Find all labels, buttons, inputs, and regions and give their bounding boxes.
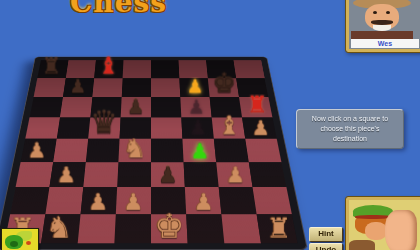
- opponent-portrait: Wes: [346, 0, 420, 52]
- square-f1[interactable]: [186, 214, 224, 243]
- square-e7[interactable]: [151, 78, 180, 97]
- square-g2[interactable]: [219, 187, 257, 214]
- square-d2[interactable]: ♟: [116, 187, 151, 214]
- square-a2[interactable]: [10, 187, 49, 214]
- white-n-b1[interactable]: ♞: [41, 213, 78, 243]
- square-c2[interactable]: ♟: [81, 187, 118, 214]
- tooltip-line-3: destination: [299, 134, 401, 144]
- game-title: Chess: [70, 0, 167, 19]
- square-d1[interactable]: [114, 214, 151, 243]
- square-f3[interactable]: [184, 162, 219, 187]
- white-k-e1[interactable]: ♚: [151, 209, 188, 243]
- ghost-black-p-f5[interactable]: ♟: [182, 118, 213, 138]
- square-f5[interactable]: ♟: [181, 117, 214, 139]
- chess-board: ♜♝♟♟♚♟♟♜♛♟♝♟♟♞♟♟♟♟♟♟♟♜♞♚♜: [0, 57, 308, 250]
- tooltip-line-2: choose this piece's: [299, 124, 401, 134]
- square-e5[interactable]: [151, 117, 182, 139]
- square-d8[interactable]: [123, 60, 151, 78]
- opponent-eye-right: [386, 11, 390, 14]
- player-portrait: [346, 197, 420, 250]
- square-h4[interactable]: [245, 139, 281, 162]
- square-g3[interactable]: ♟: [216, 162, 252, 187]
- square-a8[interactable]: ♜: [37, 60, 68, 78]
- white-r-h1[interactable]: ♜: [261, 215, 298, 243]
- square-a6[interactable]: [30, 97, 63, 117]
- square-d6[interactable]: ♟: [121, 97, 151, 117]
- square-a7[interactable]: [34, 78, 66, 97]
- white-p-h5[interactable]: ♟: [245, 118, 276, 138]
- white-p-g3[interactable]: ♟: [219, 164, 253, 186]
- black-p-e3[interactable]: ♟: [151, 164, 185, 186]
- square-h3[interactable]: [249, 162, 287, 187]
- white-p-d2[interactable]: ♟: [116, 190, 151, 213]
- square-b5[interactable]: [57, 117, 91, 139]
- mascot-shadow: [10, 241, 18, 247]
- square-g4[interactable]: [214, 139, 249, 162]
- black-r-h6[interactable]: ♜: [242, 94, 272, 117]
- black-p-d6[interactable]: ♟: [121, 97, 151, 117]
- square-h5[interactable]: ♟: [242, 117, 277, 139]
- square-g7[interactable]: ♚: [208, 78, 239, 97]
- black-q-c5[interactable]: ♛: [88, 108, 119, 139]
- square-d3[interactable]: [117, 162, 151, 187]
- square-f4[interactable]: ♟: [182, 139, 216, 162]
- white-p-a4[interactable]: ♟: [21, 140, 54, 161]
- white-p-c2[interactable]: ♟: [81, 190, 116, 213]
- square-d7[interactable]: [122, 78, 151, 97]
- square-d4[interactable]: ♞: [118, 139, 151, 162]
- square-e1[interactable]: ♚: [151, 214, 188, 243]
- white-b-g5[interactable]: ♝: [214, 113, 245, 138]
- white-p-f2[interactable]: ♟: [186, 190, 221, 213]
- undo-button[interactable]: Undo: [309, 243, 343, 250]
- tooltip-line-1: Now click on a square to: [299, 114, 401, 124]
- opponent-name: Wes: [351, 39, 419, 48]
- opponent-eye-left: [373, 11, 377, 14]
- square-e8[interactable]: [151, 60, 179, 78]
- square-f7[interactable]: ♟: [179, 78, 209, 97]
- square-b1[interactable]: ♞: [41, 214, 81, 243]
- square-c7[interactable]: [92, 78, 122, 97]
- mascot-icon[interactable]: [1, 228, 39, 250]
- square-b4[interactable]: [53, 139, 88, 162]
- black-p-f7[interactable]: ♟: [180, 77, 209, 96]
- board-squares: ♜♝♟♟♚♟♟♜♛♟♝♟♟♞♟♟♟♟♟♟♟♜♞♚♜: [4, 60, 297, 243]
- square-g5[interactable]: ♝: [212, 117, 246, 139]
- instruction-tooltip: Now click on a square to choose this pie…: [296, 109, 404, 149]
- square-c4[interactable]: [86, 139, 120, 162]
- white-n-d4[interactable]: ♞: [118, 135, 151, 161]
- square-c8[interactable]: ♝: [94, 60, 123, 78]
- square-h2[interactable]: [253, 187, 292, 214]
- hint-button[interactable]: Hint: [309, 227, 343, 242]
- square-f2[interactable]: ♟: [185, 187, 222, 214]
- square-e3[interactable]: ♟: [151, 162, 185, 187]
- square-e4[interactable]: [151, 139, 184, 162]
- mascot-tongue: [26, 241, 31, 245]
- ghost-black-p-f6[interactable]: ♟: [181, 97, 211, 117]
- black-b-c8[interactable]: ♝: [94, 55, 122, 78]
- square-e6[interactable]: [151, 97, 181, 117]
- square-f6[interactable]: ♟: [180, 97, 211, 117]
- square-b7[interactable]: ♟: [63, 78, 94, 97]
- square-c5[interactable]: ♛: [88, 117, 121, 139]
- player-face: [365, 222, 387, 240]
- square-a4[interactable]: ♟: [21, 139, 57, 162]
- square-c1[interactable]: [78, 214, 116, 243]
- square-a3[interactable]: [16, 162, 54, 187]
- black-r-a8[interactable]: ♜: [38, 56, 66, 77]
- square-b3[interactable]: ♟: [49, 162, 85, 187]
- square-c3[interactable]: [83, 162, 118, 187]
- player-hand: [385, 210, 417, 250]
- white-p-b3[interactable]: ♟: [50, 164, 84, 186]
- square-g1[interactable]: [221, 214, 261, 243]
- player-arm: [349, 240, 375, 250]
- black-k-g7[interactable]: ♚: [210, 70, 239, 97]
- white-p-f4[interactable]: ♟: [184, 140, 217, 161]
- black-p-b7[interactable]: ♟: [63, 77, 92, 96]
- square-h1[interactable]: ♜: [257, 214, 298, 243]
- square-a5[interactable]: [25, 117, 60, 139]
